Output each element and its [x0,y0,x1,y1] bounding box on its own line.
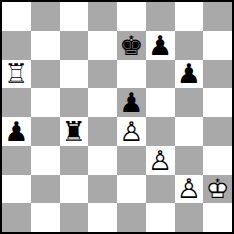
square-b3[interactable] [31,146,60,175]
black-king-piece[interactable]: ♚ [117,31,146,60]
white-king-piece[interactable]: ♚♔ [203,175,232,204]
black-pawn-piece[interactable]: ♟ [146,31,175,60]
square-g8[interactable] [175,2,204,31]
square-d3[interactable] [88,146,117,175]
square-c4[interactable]: ♜ [60,117,89,146]
white-pawn-icon: ♙ [146,146,175,175]
square-b4[interactable] [31,117,60,146]
square-a3[interactable] [2,146,31,175]
square-d7[interactable] [88,31,117,60]
black-pawn-icon: ♟ [175,60,204,89]
square-c8[interactable] [60,2,89,31]
square-g7[interactable] [175,31,204,60]
white-pawn-icon: ♙ [117,117,146,146]
square-e3[interactable] [117,146,146,175]
white-pawn-icon: ♙ [175,175,204,204]
square-h6[interactable] [203,60,232,89]
square-f3[interactable]: ♟♙ [146,146,175,175]
square-e8[interactable] [117,2,146,31]
black-pawn-icon: ♟ [146,31,175,60]
square-f2[interactable] [146,175,175,204]
square-e6[interactable] [117,60,146,89]
square-f1[interactable] [146,203,175,232]
white-king-icon: ♔ [203,175,232,204]
black-pawn-piece[interactable]: ♟ [175,60,204,89]
square-h5[interactable] [203,88,232,117]
black-pawn-piece[interactable]: ♟ [117,88,146,117]
square-h2[interactable]: ♚♔ [203,175,232,204]
square-b5[interactable] [31,88,60,117]
chess-board-frame: ♚♟♜♖♟♟♟♜♟♙♟♙♟♙♚♔ [0,0,234,234]
square-h7[interactable] [203,31,232,60]
square-h3[interactable] [203,146,232,175]
square-d1[interactable] [88,203,117,232]
square-g3[interactable] [175,146,204,175]
square-c3[interactable] [60,146,89,175]
square-e2[interactable] [117,175,146,204]
white-pawn-piece[interactable]: ♟♙ [175,175,204,204]
square-g1[interactable] [175,203,204,232]
white-rook-icon: ♖ [2,60,31,89]
black-pawn-icon: ♟ [117,88,146,117]
square-d4[interactable] [88,117,117,146]
square-f7[interactable]: ♟ [146,31,175,60]
square-e5[interactable]: ♟ [117,88,146,117]
square-c6[interactable] [60,60,89,89]
white-rook-piece[interactable]: ♜♖ [2,60,31,89]
square-f4[interactable] [146,117,175,146]
square-e1[interactable] [117,203,146,232]
white-pawn-piece[interactable]: ♟♙ [146,146,175,175]
square-g2[interactable]: ♟♙ [175,175,204,204]
square-a5[interactable] [2,88,31,117]
square-a8[interactable] [2,2,31,31]
black-rook-icon: ♜ [60,117,89,146]
square-h8[interactable] [203,2,232,31]
square-c7[interactable] [60,31,89,60]
white-pawn-piece[interactable]: ♟♙ [117,117,146,146]
black-rook-piece[interactable]: ♜ [60,117,89,146]
square-b8[interactable] [31,2,60,31]
square-a4[interactable]: ♟ [2,117,31,146]
square-d6[interactable] [88,60,117,89]
square-a7[interactable] [2,31,31,60]
square-e4[interactable]: ♟♙ [117,117,146,146]
square-g4[interactable] [175,117,204,146]
square-b1[interactable] [31,203,60,232]
square-c5[interactable] [60,88,89,117]
square-f6[interactable] [146,60,175,89]
square-h1[interactable] [203,203,232,232]
square-c2[interactable] [60,175,89,204]
square-a1[interactable] [2,203,31,232]
square-a6[interactable]: ♜♖ [2,60,31,89]
square-f5[interactable] [146,88,175,117]
square-h4[interactable] [203,117,232,146]
square-a2[interactable] [2,175,31,204]
square-d5[interactable] [88,88,117,117]
square-b7[interactable] [31,31,60,60]
square-g6[interactable]: ♟ [175,60,204,89]
square-c1[interactable] [60,203,89,232]
square-b6[interactable] [31,60,60,89]
square-b2[interactable] [31,175,60,204]
square-e7[interactable]: ♚ [117,31,146,60]
black-pawn-piece[interactable]: ♟ [2,117,31,146]
square-d8[interactable] [88,2,117,31]
square-f8[interactable] [146,2,175,31]
chess-board: ♚♟♜♖♟♟♟♜♟♙♟♙♟♙♚♔ [2,2,232,232]
square-d2[interactable] [88,175,117,204]
black-pawn-icon: ♟ [2,117,31,146]
black-king-icon: ♚ [117,31,146,60]
square-g5[interactable] [175,88,204,117]
